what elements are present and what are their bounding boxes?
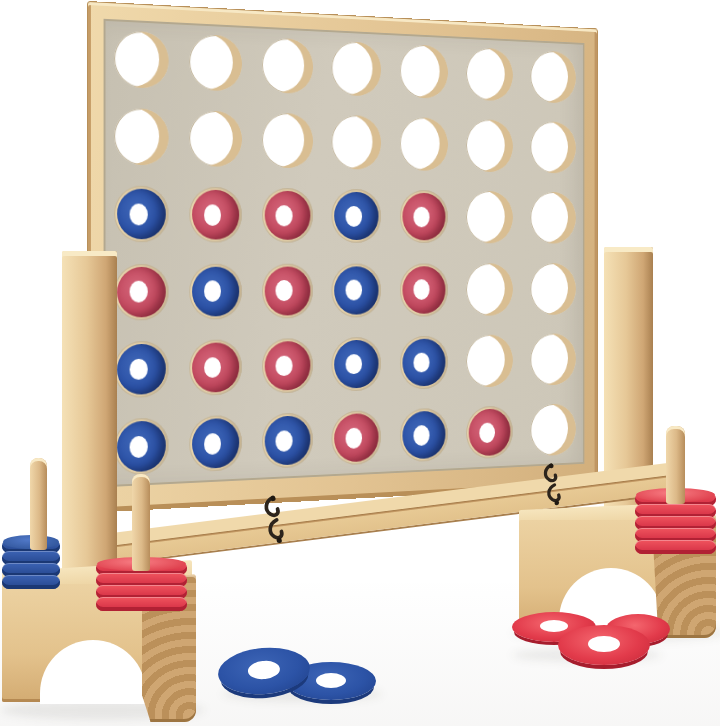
red-disc-hole bbox=[114, 264, 168, 321]
empty-hole bbox=[400, 117, 448, 171]
cell-r2c7 bbox=[522, 111, 585, 183]
cell-r4c7 bbox=[522, 253, 585, 324]
empty-hole bbox=[466, 47, 513, 101]
empty-hole bbox=[189, 110, 242, 167]
game-board bbox=[88, 2, 597, 512]
cell-r4c2 bbox=[179, 253, 252, 330]
red-disc bbox=[117, 266, 166, 317]
cell-r1c5 bbox=[391, 33, 457, 109]
left-blue-peg bbox=[30, 458, 47, 550]
empty-hole bbox=[531, 263, 576, 315]
blue-disc bbox=[117, 421, 166, 473]
cell-r6c3 bbox=[252, 402, 323, 480]
board-frame bbox=[88, 2, 597, 512]
cell-r6c2 bbox=[179, 404, 252, 483]
red-disc-hole bbox=[189, 187, 242, 243]
red-disc bbox=[403, 266, 446, 314]
empty-hole bbox=[114, 30, 168, 89]
red-disc-hole bbox=[332, 410, 382, 466]
blue-disc-hole bbox=[400, 408, 448, 463]
empty-hole bbox=[531, 192, 576, 244]
blue-disc bbox=[335, 192, 379, 241]
cell-r2c6 bbox=[457, 109, 521, 182]
cell-r6c7 bbox=[522, 394, 585, 467]
blue-disc bbox=[264, 416, 310, 467]
blue-disc bbox=[335, 340, 379, 389]
cell-r2c2 bbox=[179, 99, 252, 177]
cell-r4c5 bbox=[391, 253, 457, 326]
cell-r4c4 bbox=[322, 253, 391, 327]
disc-center-hole bbox=[540, 620, 569, 632]
disc-center-hole bbox=[316, 673, 347, 688]
empty-hole bbox=[466, 119, 513, 172]
cell-r2c1 bbox=[104, 97, 179, 176]
blue-disc-hole bbox=[189, 415, 242, 473]
red-stacked-disc bbox=[635, 540, 716, 554]
blue-disc-hole bbox=[332, 189, 382, 243]
empty-hole bbox=[531, 404, 576, 457]
cell-r5c6 bbox=[457, 325, 521, 398]
cell-r3c1 bbox=[104, 175, 179, 253]
red-disc bbox=[264, 341, 310, 391]
blue-disc-hole bbox=[189, 263, 242, 319]
cell-r3c3 bbox=[252, 178, 323, 254]
blue-disc bbox=[192, 418, 239, 470]
right-red-peg bbox=[666, 426, 685, 504]
cell-r1c3 bbox=[252, 26, 323, 104]
board-face bbox=[104, 19, 585, 487]
cell-r2c3 bbox=[252, 102, 323, 179]
cell-r3c7 bbox=[522, 182, 585, 253]
cell-r6c4 bbox=[322, 400, 391, 477]
left-post bbox=[62, 251, 117, 603]
left-base-arch bbox=[40, 640, 146, 704]
red-disc-hole bbox=[189, 339, 242, 396]
blue-stacked-disc bbox=[2, 575, 60, 589]
left-red-peg bbox=[132, 474, 150, 571]
cell-r3c5 bbox=[391, 180, 457, 253]
cell-r1c2 bbox=[179, 23, 252, 102]
blue-disc-hole bbox=[400, 336, 448, 390]
red-disc bbox=[264, 191, 310, 240]
empty-hole bbox=[400, 44, 448, 99]
cell-r2c4 bbox=[322, 104, 391, 180]
blue-disc-hole bbox=[114, 186, 168, 243]
empty-hole bbox=[262, 37, 313, 94]
empty-hole bbox=[466, 263, 513, 316]
empty-hole bbox=[332, 40, 382, 96]
red-disc bbox=[192, 190, 239, 240]
empty-hole bbox=[114, 108, 168, 166]
blue-disc bbox=[192, 266, 239, 316]
blue-disc bbox=[403, 411, 446, 460]
empty-hole bbox=[466, 191, 513, 244]
red-disc-hole bbox=[262, 263, 313, 318]
blue-disc bbox=[403, 338, 446, 386]
red-disc-hole bbox=[262, 338, 313, 394]
empty-hole bbox=[466, 334, 513, 387]
disc-center-hole bbox=[588, 636, 619, 652]
cell-r4c6 bbox=[457, 253, 521, 325]
empty-hole bbox=[332, 115, 382, 170]
cell-r1c7 bbox=[522, 40, 585, 113]
cell-r5c5 bbox=[391, 326, 457, 400]
red-disc bbox=[264, 266, 310, 315]
cell-r5c3 bbox=[252, 328, 323, 405]
empty-hole bbox=[531, 121, 576, 174]
red-disc-hole bbox=[400, 190, 448, 243]
loose-red-disc-2 bbox=[558, 625, 650, 665]
empty-hole bbox=[189, 34, 242, 92]
red-disc-hole bbox=[466, 406, 513, 460]
blue-disc-hole bbox=[332, 263, 382, 317]
red-disc bbox=[469, 408, 511, 456]
blue-disc bbox=[117, 189, 166, 240]
blue-disc-hole bbox=[114, 418, 168, 477]
cell-r3c6 bbox=[457, 181, 521, 253]
blue-disc bbox=[335, 266, 379, 314]
blue-disc-hole bbox=[332, 337, 382, 392]
cell-r5c4 bbox=[322, 327, 391, 403]
blue-disc bbox=[117, 344, 166, 396]
cell-r5c2 bbox=[179, 329, 252, 407]
cell-r3c4 bbox=[322, 179, 391, 254]
cell-r6c6 bbox=[457, 396, 521, 470]
blue-disc-hole bbox=[114, 341, 168, 399]
cell-r1c4 bbox=[322, 30, 391, 107]
cell-r6c5 bbox=[391, 398, 457, 473]
product-photo-scene bbox=[0, 0, 720, 726]
cell-r3c2 bbox=[179, 176, 252, 253]
empty-hole bbox=[262, 112, 313, 168]
cell-r4c3 bbox=[252, 253, 323, 329]
cell-r5c7 bbox=[522, 324, 585, 396]
red-disc bbox=[192, 342, 239, 393]
empty-hole bbox=[531, 50, 576, 103]
disc-center-hole bbox=[248, 660, 281, 681]
blue-disc-hole bbox=[262, 413, 313, 470]
red-disc bbox=[403, 193, 446, 241]
red-disc-hole bbox=[400, 263, 448, 316]
red-disc bbox=[335, 413, 379, 463]
empty-hole bbox=[531, 333, 576, 385]
cell-r1c6 bbox=[457, 37, 521, 111]
cell-r1c1 bbox=[104, 19, 179, 100]
red-disc-hole bbox=[262, 188, 313, 243]
red-stacked-disc bbox=[96, 597, 187, 611]
cell-r2c5 bbox=[391, 107, 457, 181]
